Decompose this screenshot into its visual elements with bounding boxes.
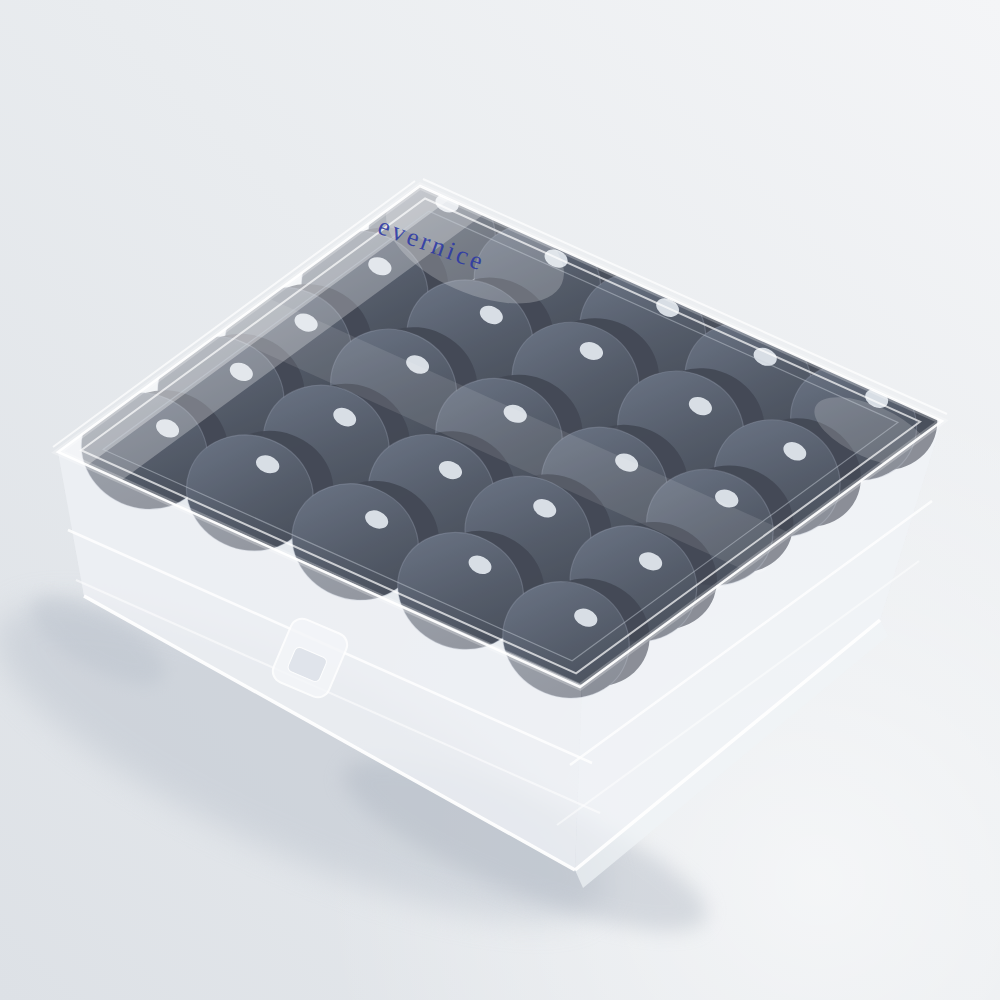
bobbin-case-photo: evernice xyxy=(0,0,1000,1000)
photo-stage: evernice xyxy=(0,0,1000,1000)
